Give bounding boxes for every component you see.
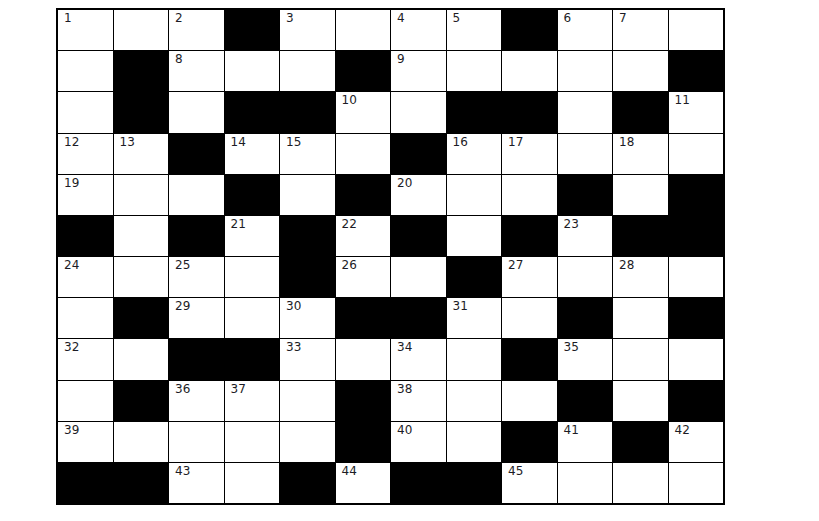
- white-cell[interactable]: [669, 339, 724, 379]
- white-cell[interactable]: 23: [558, 216, 613, 256]
- white-cell[interactable]: [558, 51, 613, 91]
- white-cell[interactable]: 39: [58, 422, 113, 462]
- white-cell[interactable]: 32: [58, 339, 113, 379]
- clue-number: 17: [508, 136, 523, 149]
- white-cell[interactable]: 9: [391, 51, 446, 91]
- white-cell[interactable]: [114, 257, 169, 297]
- black-cell: [336, 422, 391, 462]
- white-cell[interactable]: [669, 463, 724, 503]
- white-cell[interactable]: [336, 134, 391, 174]
- white-cell[interactable]: [613, 51, 668, 91]
- white-cell[interactable]: [669, 134, 724, 174]
- white-cell[interactable]: [613, 339, 668, 379]
- black-cell: [169, 339, 224, 379]
- clue-number: 27: [508, 259, 523, 272]
- black-cell: [502, 92, 557, 132]
- white-cell[interactable]: [669, 257, 724, 297]
- white-cell[interactable]: [225, 257, 280, 297]
- white-cell[interactable]: [613, 298, 668, 338]
- white-cell[interactable]: [391, 257, 446, 297]
- white-cell[interactable]: [58, 51, 113, 91]
- black-cell: [169, 216, 224, 256]
- black-cell: [391, 463, 446, 503]
- clue-number: 12: [64, 136, 79, 149]
- clue-number: 45: [508, 465, 523, 478]
- black-cell: [447, 463, 502, 503]
- black-cell: [114, 51, 169, 91]
- white-cell[interactable]: [502, 51, 557, 91]
- white-cell[interactable]: [58, 92, 113, 132]
- white-cell[interactable]: [58, 381, 113, 421]
- clue-number: 2: [175, 12, 183, 25]
- clue-number: 18: [619, 136, 634, 149]
- white-cell[interactable]: 20: [391, 175, 446, 215]
- white-cell[interactable]: 29: [169, 298, 224, 338]
- white-cell[interactable]: 24: [58, 257, 113, 297]
- white-cell[interactable]: [447, 339, 502, 379]
- clue-number: 42: [675, 424, 690, 437]
- clue-number: 6: [564, 12, 572, 25]
- white-cell[interactable]: [613, 381, 668, 421]
- black-cell: [558, 175, 613, 215]
- white-cell[interactable]: 34: [391, 339, 446, 379]
- white-cell[interactable]: [336, 339, 391, 379]
- clue-number: 1: [64, 12, 72, 25]
- white-cell[interactable]: 8: [169, 51, 224, 91]
- white-cell[interactable]: 4: [391, 10, 446, 50]
- white-cell[interactable]: 41: [558, 422, 613, 462]
- white-cell[interactable]: [447, 51, 502, 91]
- black-cell: [502, 422, 557, 462]
- white-cell[interactable]: 33: [280, 339, 335, 379]
- clue-number: 40: [397, 424, 412, 437]
- clue-number: 20: [397, 177, 412, 190]
- white-cell[interactable]: 2: [169, 10, 224, 50]
- black-cell: [613, 92, 668, 132]
- clue-number: 11: [675, 94, 690, 107]
- clue-number: 35: [564, 341, 579, 354]
- black-cell: [280, 92, 335, 132]
- clue-number: 37: [231, 383, 246, 396]
- white-cell[interactable]: 36: [169, 381, 224, 421]
- crossword-page: 1234567891011121314151617181920212223242…: [0, 0, 819, 521]
- white-cell[interactable]: 40: [391, 422, 446, 462]
- clue-number: 43: [175, 465, 190, 478]
- white-cell[interactable]: 30: [280, 298, 335, 338]
- black-cell: [613, 216, 668, 256]
- black-cell: [225, 175, 280, 215]
- clue-number: 9: [397, 53, 405, 66]
- white-cell[interactable]: [169, 92, 224, 132]
- white-cell[interactable]: 31: [447, 298, 502, 338]
- black-cell: [391, 216, 446, 256]
- clue-number: 39: [64, 424, 79, 437]
- white-cell[interactable]: 37: [225, 381, 280, 421]
- white-cell[interactable]: 27: [502, 257, 557, 297]
- white-cell[interactable]: [447, 422, 502, 462]
- clue-number: 31: [453, 300, 468, 313]
- black-cell: [447, 257, 502, 297]
- black-cell: [502, 339, 557, 379]
- black-cell: [502, 216, 557, 256]
- black-cell: [280, 463, 335, 503]
- white-cell[interactable]: 42: [669, 422, 724, 462]
- white-cell[interactable]: [447, 175, 502, 215]
- black-cell: [669, 175, 724, 215]
- black-cell: [280, 216, 335, 256]
- white-cell[interactable]: 25: [169, 257, 224, 297]
- white-cell[interactable]: 14: [225, 134, 280, 174]
- white-cell[interactable]: 44: [336, 463, 391, 503]
- white-cell[interactable]: 22: [336, 216, 391, 256]
- black-cell: [669, 381, 724, 421]
- white-cell[interactable]: 6: [558, 10, 613, 50]
- white-cell[interactable]: [558, 463, 613, 503]
- black-cell: [58, 463, 113, 503]
- white-cell[interactable]: [502, 381, 557, 421]
- white-cell[interactable]: 35: [558, 339, 613, 379]
- clue-number: 28: [619, 259, 634, 272]
- white-cell[interactable]: [558, 257, 613, 297]
- clue-number: 21: [231, 218, 246, 231]
- black-cell: [169, 134, 224, 174]
- white-cell[interactable]: 26: [336, 257, 391, 297]
- black-cell: [502, 10, 557, 50]
- black-cell: [336, 381, 391, 421]
- clue-number: 16: [453, 136, 468, 149]
- white-cell[interactable]: 28: [613, 257, 668, 297]
- clue-number: 3: [286, 12, 294, 25]
- black-cell: [447, 92, 502, 132]
- black-cell: [225, 10, 280, 50]
- white-cell[interactable]: [114, 339, 169, 379]
- white-cell[interactable]: 3: [280, 10, 335, 50]
- white-cell[interactable]: [58, 298, 113, 338]
- clue-number: 10: [342, 94, 357, 107]
- clue-number: 22: [342, 218, 357, 231]
- white-cell[interactable]: 5: [447, 10, 502, 50]
- clue-number: 34: [397, 341, 412, 354]
- clue-number: 19: [64, 177, 79, 190]
- white-cell[interactable]: 18: [613, 134, 668, 174]
- clue-number: 13: [120, 136, 135, 149]
- clue-number: 30: [286, 300, 301, 313]
- white-cell[interactable]: [280, 422, 335, 462]
- white-cell[interactable]: [336, 10, 391, 50]
- white-cell[interactable]: [114, 10, 169, 50]
- clue-number: 44: [342, 465, 357, 478]
- black-cell: [336, 298, 391, 338]
- clue-number: 7: [619, 12, 627, 25]
- white-cell[interactable]: [558, 92, 613, 132]
- clue-number: 8: [175, 53, 183, 66]
- white-cell[interactable]: 11: [669, 92, 724, 132]
- white-cell[interactable]: 45: [502, 463, 557, 503]
- black-cell: [114, 92, 169, 132]
- white-cell[interactable]: [280, 175, 335, 215]
- black-cell: [58, 216, 113, 256]
- clue-number: 29: [175, 300, 190, 313]
- white-cell[interactable]: 38: [391, 381, 446, 421]
- black-cell: [114, 381, 169, 421]
- black-cell: [225, 92, 280, 132]
- white-cell[interactable]: [169, 175, 224, 215]
- white-cell[interactable]: 16: [447, 134, 502, 174]
- white-cell[interactable]: 19: [58, 175, 113, 215]
- white-cell[interactable]: [447, 381, 502, 421]
- white-cell[interactable]: [280, 51, 335, 91]
- clue-number: 24: [64, 259, 79, 272]
- white-cell[interactable]: 12: [58, 134, 113, 174]
- white-cell[interactable]: [225, 463, 280, 503]
- white-cell[interactable]: [502, 175, 557, 215]
- black-cell: [336, 51, 391, 91]
- clue-number: 41: [564, 424, 579, 437]
- clue-number: 33: [286, 341, 301, 354]
- white-cell[interactable]: [225, 422, 280, 462]
- black-cell: [280, 257, 335, 297]
- white-cell[interactable]: [502, 298, 557, 338]
- white-cell[interactable]: 17: [502, 134, 557, 174]
- black-cell: [391, 298, 446, 338]
- white-cell[interactable]: [225, 298, 280, 338]
- white-cell[interactable]: [391, 92, 446, 132]
- white-cell[interactable]: [225, 51, 280, 91]
- clue-number: 23: [564, 218, 579, 231]
- white-cell[interactable]: [613, 175, 668, 215]
- clue-number: 4: [397, 12, 405, 25]
- clue-number: 25: [175, 259, 190, 272]
- black-cell: [114, 463, 169, 503]
- white-cell[interactable]: [169, 422, 224, 462]
- black-cell: [669, 216, 724, 256]
- black-cell: [558, 298, 613, 338]
- white-cell[interactable]: [447, 216, 502, 256]
- crossword-grid: 1234567891011121314151617181920212223242…: [56, 8, 725, 505]
- clue-number: 38: [397, 383, 412, 396]
- white-cell[interactable]: [114, 175, 169, 215]
- black-cell: [613, 422, 668, 462]
- white-cell[interactable]: 7: [613, 10, 668, 50]
- white-cell[interactable]: [613, 463, 668, 503]
- black-cell: [336, 175, 391, 215]
- white-cell[interactable]: [280, 381, 335, 421]
- clue-number: 14: [231, 136, 246, 149]
- black-cell: [391, 134, 446, 174]
- clue-number: 5: [453, 12, 461, 25]
- white-cell[interactable]: [114, 216, 169, 256]
- black-cell: [669, 298, 724, 338]
- white-cell[interactable]: 21: [225, 216, 280, 256]
- black-cell: [558, 381, 613, 421]
- clue-number: 26: [342, 259, 357, 272]
- white-cell[interactable]: [669, 10, 724, 50]
- white-cell[interactable]: 13: [114, 134, 169, 174]
- white-cell[interactable]: 15: [280, 134, 335, 174]
- black-cell: [225, 339, 280, 379]
- clue-number: 15: [286, 136, 301, 149]
- black-cell: [669, 51, 724, 91]
- clue-number: 32: [64, 341, 79, 354]
- white-cell[interactable]: 10: [336, 92, 391, 132]
- white-cell[interactable]: 1: [58, 10, 113, 50]
- black-cell: [114, 298, 169, 338]
- white-cell[interactable]: [558, 134, 613, 174]
- white-cell[interactable]: 43: [169, 463, 224, 503]
- white-cell[interactable]: [114, 422, 169, 462]
- clue-number: 36: [175, 383, 190, 396]
